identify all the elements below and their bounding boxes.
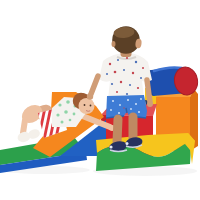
product-photo-soft-play-blocks [0, 0, 200, 200]
girl-eye-right [90, 105, 92, 107]
girl-eye-left [84, 104, 86, 106]
boy-hand-side [147, 101, 153, 107]
boy-hand-on-girl-head [87, 93, 93, 99]
boy-arm-side [147, 80, 150, 102]
scene-illustration [0, 0, 200, 200]
girl-face [79, 98, 95, 114]
boy-leg-left [117, 119, 118, 142]
boy-shoe-left-heel-patch [109, 145, 112, 148]
boy-ear [112, 41, 116, 47]
boy-shoe-right-heel-patch [126, 142, 129, 145]
girl-shin [23, 120, 25, 133]
